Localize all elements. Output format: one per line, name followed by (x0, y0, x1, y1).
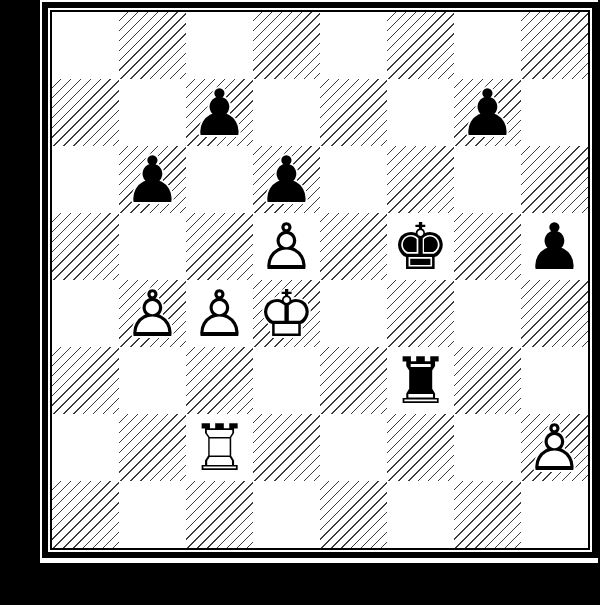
square-d6[interactable]: ♟♟ (253, 146, 320, 213)
square-g3[interactable] (454, 347, 521, 414)
square-c2[interactable]: ♜♖ (186, 414, 253, 481)
square-d3[interactable] (253, 347, 320, 414)
square-h4[interactable] (521, 280, 588, 347)
square-h5[interactable]: ♟♟ (521, 213, 588, 280)
square-h3[interactable] (521, 347, 588, 414)
square-a2[interactable] (52, 414, 119, 481)
square-a3[interactable] (52, 347, 119, 414)
square-g1[interactable] (454, 481, 521, 548)
square-a5[interactable] (52, 213, 119, 280)
square-d1[interactable] (253, 481, 320, 548)
square-g2[interactable] (454, 414, 521, 481)
diagram-background: ♟♟♟♟♟♟♟♟♟♙♚♚♟♟♟♙♟♙♚♔♜♜♜♖♟♙ (0, 0, 600, 605)
square-c4[interactable]: ♟♙ (186, 280, 253, 347)
square-b1[interactable] (119, 481, 186, 548)
piece-glyph: ♙ (258, 215, 315, 279)
square-h7[interactable] (521, 79, 588, 146)
square-d8[interactable] (253, 12, 320, 79)
square-h2[interactable]: ♟♙ (521, 414, 588, 481)
white-rook-c2: ♜♖ (191, 416, 248, 480)
square-f2[interactable] (387, 414, 454, 481)
square-b7[interactable] (119, 79, 186, 146)
square-e7[interactable] (320, 79, 387, 146)
square-b2[interactable] (119, 414, 186, 481)
square-e5[interactable] (320, 213, 387, 280)
piece-glyph: ♜ (392, 349, 449, 413)
piece-glyph: ♖ (191, 416, 248, 480)
square-a1[interactable] (52, 481, 119, 548)
piece-glyph: ♟ (459, 81, 516, 145)
square-h6[interactable] (521, 146, 588, 213)
square-b4[interactable]: ♟♙ (119, 280, 186, 347)
square-f5[interactable]: ♚♚ (387, 213, 454, 280)
black-pawn-c7: ♟♟ (191, 81, 248, 145)
square-a4[interactable] (52, 280, 119, 347)
square-h8[interactable] (521, 12, 588, 79)
square-e1[interactable] (320, 481, 387, 548)
square-a7[interactable] (52, 79, 119, 146)
square-a6[interactable] (52, 146, 119, 213)
piece-glyph: ♙ (124, 282, 181, 346)
square-a8[interactable] (52, 12, 119, 79)
square-f4[interactable] (387, 280, 454, 347)
square-e3[interactable] (320, 347, 387, 414)
square-g7[interactable]: ♟♟ (454, 79, 521, 146)
square-d5[interactable]: ♟♙ (253, 213, 320, 280)
square-g8[interactable] (454, 12, 521, 79)
piece-glyph: ♟ (191, 81, 248, 145)
square-c8[interactable] (186, 12, 253, 79)
piece-glyph: ♔ (258, 282, 315, 346)
square-c5[interactable] (186, 213, 253, 280)
board-frame-outer: ♟♟♟♟♟♟♟♟♟♙♚♚♟♟♟♙♟♙♚♔♜♜♜♖♟♙ (42, 2, 598, 558)
chess-board: ♟♟♟♟♟♟♟♟♟♙♚♚♟♟♟♙♟♙♚♔♜♜♜♖♟♙ (52, 12, 588, 548)
square-f6[interactable] (387, 146, 454, 213)
white-pawn-b4: ♟♙ (124, 282, 181, 346)
square-g5[interactable] (454, 213, 521, 280)
square-e4[interactable] (320, 280, 387, 347)
black-king-f5: ♚♚ (392, 215, 449, 279)
square-c7[interactable]: ♟♟ (186, 79, 253, 146)
square-h1[interactable] (521, 481, 588, 548)
square-b6[interactable]: ♟♟ (119, 146, 186, 213)
square-e8[interactable] (320, 12, 387, 79)
square-c1[interactable] (186, 481, 253, 548)
piece-glyph: ♙ (191, 282, 248, 346)
square-b8[interactable] (119, 12, 186, 79)
board-frame-inner: ♟♟♟♟♟♟♟♟♟♙♚♚♟♟♟♙♟♙♚♔♜♜♜♖♟♙ (50, 10, 590, 550)
piece-glyph: ♚ (392, 215, 449, 279)
square-b5[interactable] (119, 213, 186, 280)
piece-glyph: ♙ (526, 416, 583, 480)
square-f8[interactable] (387, 12, 454, 79)
square-f1[interactable] (387, 481, 454, 548)
square-g4[interactable] (454, 280, 521, 347)
square-b3[interactable] (119, 347, 186, 414)
black-pawn-g7: ♟♟ (459, 81, 516, 145)
square-e6[interactable] (320, 146, 387, 213)
white-pawn-c4: ♟♙ (191, 282, 248, 346)
square-d7[interactable] (253, 79, 320, 146)
square-c3[interactable] (186, 347, 253, 414)
diagram-page: ♟♟♟♟♟♟♟♟♟♙♚♚♟♟♟♙♟♙♚♔♜♜♜♖♟♙ (40, 0, 598, 563)
black-pawn-b6: ♟♟ (124, 148, 181, 212)
square-d2[interactable] (253, 414, 320, 481)
square-e2[interactable] (320, 414, 387, 481)
square-f3[interactable]: ♜♜ (387, 347, 454, 414)
white-king-d4: ♚♔ (258, 282, 315, 346)
square-g6[interactable] (454, 146, 521, 213)
square-f7[interactable] (387, 79, 454, 146)
square-c6[interactable] (186, 146, 253, 213)
piece-glyph: ♟ (258, 148, 315, 212)
piece-glyph: ♟ (526, 215, 583, 279)
white-pawn-d5: ♟♙ (258, 215, 315, 279)
square-d4[interactable]: ♚♔ (253, 280, 320, 347)
piece-glyph: ♟ (124, 148, 181, 212)
white-pawn-h2: ♟♙ (526, 416, 583, 480)
black-rook-f3: ♜♜ (392, 349, 449, 413)
black-pawn-d6: ♟♟ (258, 148, 315, 212)
black-pawn-h5: ♟♟ (526, 215, 583, 279)
